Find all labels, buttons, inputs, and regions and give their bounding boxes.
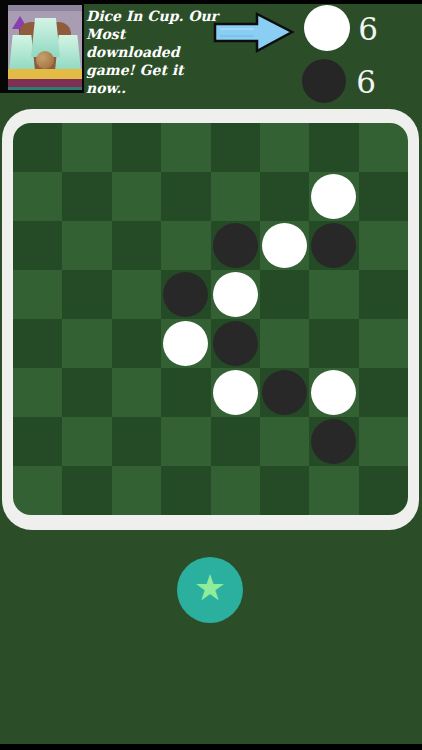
- cell-h8[interactable]: [359, 466, 408, 515]
- cell-f1[interactable]: [260, 123, 309, 172]
- cell-e8[interactable]: [211, 466, 260, 515]
- cell-c7[interactable]: [112, 417, 161, 466]
- othello-board: [2, 109, 419, 530]
- black-disc: [311, 223, 356, 268]
- cell-d2[interactable]: [161, 172, 210, 221]
- cell-h5[interactable]: [359, 319, 408, 368]
- cell-b1[interactable]: [62, 123, 111, 172]
- cell-b4[interactable]: [62, 270, 111, 319]
- cell-f6[interactable]: [260, 368, 309, 417]
- cell-f4[interactable]: [260, 270, 309, 319]
- white-disc: [213, 370, 258, 415]
- icon-wall: [8, 5, 82, 11]
- cell-g1[interactable]: [309, 123, 358, 172]
- cell-e3[interactable]: [211, 221, 260, 270]
- cell-d3[interactable]: [161, 221, 210, 270]
- cell-h1[interactable]: [359, 123, 408, 172]
- cell-e5[interactable]: [211, 319, 260, 368]
- white-disc: [213, 272, 258, 317]
- blue-right-arrow-icon: [212, 11, 296, 55]
- cell-g7[interactable]: [309, 417, 358, 466]
- cell-c5[interactable]: [112, 319, 161, 368]
- black-disc: [262, 370, 307, 415]
- cup-shape-left: [9, 35, 35, 71]
- cell-g8[interactable]: [309, 466, 358, 515]
- app-screen: Dice In Cup. Our Most downloaded game! G…: [0, 0, 422, 750]
- cell-d8[interactable]: [161, 466, 210, 515]
- cell-h2[interactable]: [359, 172, 408, 221]
- cell-c2[interactable]: [112, 172, 161, 221]
- ad-text-line: Dice In Cup. Our: [86, 7, 218, 25]
- table-front-shape: [8, 79, 82, 87]
- cell-b8[interactable]: [62, 466, 111, 515]
- white-score-value: 6: [352, 6, 384, 52]
- black-disc: [213, 321, 258, 366]
- cell-e6[interactable]: [211, 368, 260, 417]
- cell-f2[interactable]: [260, 172, 309, 221]
- dice-shape: [36, 51, 54, 69]
- cell-a3[interactable]: [13, 221, 62, 270]
- cell-f3[interactable]: [260, 221, 309, 270]
- cell-a1[interactable]: [13, 123, 62, 172]
- cell-e1[interactable]: [211, 123, 260, 172]
- cell-h3[interactable]: [359, 221, 408, 270]
- cell-f5[interactable]: [260, 319, 309, 368]
- cell-g3[interactable]: [309, 221, 358, 270]
- cell-g5[interactable]: [309, 319, 358, 368]
- star-icon: ★: [194, 570, 226, 606]
- cell-h4[interactable]: [359, 270, 408, 319]
- ad-text-line: game! Get it: [86, 61, 218, 79]
- cell-a7[interactable]: [13, 417, 62, 466]
- cell-g2[interactable]: [309, 172, 358, 221]
- ad-app-icon[interactable]: [8, 5, 82, 90]
- board-grid: [13, 123, 408, 515]
- cell-h7[interactable]: [359, 417, 408, 466]
- black-score-value: 6: [350, 59, 382, 105]
- white-disc: [311, 370, 356, 415]
- black-disc: [311, 419, 356, 464]
- cell-e4[interactable]: [211, 270, 260, 319]
- star-button[interactable]: ★: [177, 557, 243, 623]
- cell-a8[interactable]: [13, 466, 62, 515]
- ad-text-line: now..: [86, 79, 218, 97]
- cell-b2[interactable]: [62, 172, 111, 221]
- cell-a4[interactable]: [13, 270, 62, 319]
- white-disc: [311, 174, 356, 219]
- cell-b5[interactable]: [62, 319, 111, 368]
- baseboard-shape: [8, 87, 82, 90]
- cell-c8[interactable]: [112, 466, 161, 515]
- cell-c1[interactable]: [112, 123, 161, 172]
- cell-b3[interactable]: [62, 221, 111, 270]
- cell-d1[interactable]: [161, 123, 210, 172]
- cell-e7[interactable]: [211, 417, 260, 466]
- cell-b7[interactable]: [62, 417, 111, 466]
- cell-d6[interactable]: [161, 368, 210, 417]
- white-disc: [262, 223, 307, 268]
- ad-text-line: downloaded: [86, 43, 218, 61]
- cell-a5[interactable]: [13, 319, 62, 368]
- cell-a6[interactable]: [13, 368, 62, 417]
- cell-b6[interactable]: [62, 368, 111, 417]
- cell-d5[interactable]: [161, 319, 210, 368]
- cell-g6[interactable]: [309, 368, 358, 417]
- black-disc: [213, 223, 258, 268]
- black-disc: [163, 272, 208, 317]
- cell-a2[interactable]: [13, 172, 62, 221]
- ad-text-line: Most: [86, 25, 218, 43]
- cell-e2[interactable]: [211, 172, 260, 221]
- cell-d7[interactable]: [161, 417, 210, 466]
- cell-d4[interactable]: [161, 270, 210, 319]
- ad-icon-frame: [0, 0, 84, 93]
- cell-f8[interactable]: [260, 466, 309, 515]
- bottom-black-strip: [0, 744, 422, 750]
- cell-h6[interactable]: [359, 368, 408, 417]
- table-shape: [8, 69, 82, 79]
- black-score-disc-icon: [302, 59, 346, 103]
- white-score-disc-icon: [304, 5, 350, 51]
- cell-c3[interactable]: [112, 221, 161, 270]
- cell-g4[interactable]: [309, 270, 358, 319]
- cell-c4[interactable]: [112, 270, 161, 319]
- ad-text[interactable]: Dice In Cup. Our Most downloaded game! G…: [86, 7, 218, 97]
- cell-c6[interactable]: [112, 368, 161, 417]
- cell-f7[interactable]: [260, 417, 309, 466]
- white-disc: [163, 321, 208, 366]
